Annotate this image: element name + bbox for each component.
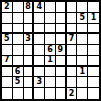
cell-r7c5[interactable] [45, 67, 56, 78]
cell-r2c6[interactable] [56, 13, 67, 24]
cell-r3c6[interactable] [56, 24, 67, 35]
cell-r1c8[interactable] [77, 2, 88, 13]
cell-r2c1[interactable] [2, 13, 13, 24]
cell-r7c4[interactable] [34, 67, 45, 78]
cell-r6c3[interactable] [24, 56, 35, 67]
cell-r5c8[interactable] [77, 45, 88, 56]
cell-r5c3[interactable] [24, 45, 35, 56]
cell-r3c9[interactable] [88, 24, 99, 35]
cell-r5c4[interactable] [34, 45, 45, 56]
cell-r9c7[interactable]: 2 [67, 88, 78, 99]
cell-r4c1[interactable]: 5 [2, 34, 13, 45]
cell-r3c4[interactable] [34, 24, 45, 35]
cell-r3c2[interactable] [13, 24, 24, 35]
cell-r6c1[interactable]: 7 [2, 56, 13, 67]
cell-r9c3[interactable] [24, 88, 35, 99]
cell-r5c7[interactable] [67, 45, 78, 56]
cell-r8c7[interactable] [67, 77, 78, 88]
cell-r5c1[interactable] [2, 45, 13, 56]
cell-r6c5[interactable]: 1 [45, 56, 56, 67]
cell-r6c7[interactable] [67, 56, 78, 67]
cell-r9c5[interactable] [45, 88, 56, 99]
cell-r3c8[interactable] [77, 24, 88, 35]
cell-r3c3[interactable] [24, 24, 35, 35]
cell-r4c8[interactable] [77, 34, 88, 45]
sudoku-board: 28451537697161532 [0, 0, 101, 101]
cell-r1c9[interactable] [88, 2, 99, 13]
cell-r9c1[interactable] [2, 88, 13, 99]
cell-r4c3[interactable]: 3 [24, 34, 35, 45]
cell-r6c6[interactable] [56, 56, 67, 67]
cell-r8c6[interactable] [56, 77, 67, 88]
cell-r1c5[interactable] [45, 2, 56, 13]
cell-r2c7[interactable] [67, 13, 78, 24]
cell-r7c3[interactable] [24, 67, 35, 78]
cell-r4c2[interactable] [13, 34, 24, 45]
cell-r5c6[interactable]: 9 [56, 45, 67, 56]
cell-r5c2[interactable] [13, 45, 24, 56]
cell-r2c3[interactable] [24, 13, 35, 24]
cell-r6c4[interactable] [34, 56, 45, 67]
cell-r1c3[interactable]: 8 [24, 2, 35, 13]
cell-r7c1[interactable] [2, 67, 13, 78]
cell-r4c4[interactable] [34, 34, 45, 45]
cell-r6c9[interactable] [88, 56, 99, 67]
cell-r4c5[interactable] [45, 34, 56, 45]
cell-r1c1[interactable]: 2 [2, 2, 13, 13]
cell-r8c9[interactable] [88, 77, 99, 88]
cell-r9c2[interactable] [13, 88, 24, 99]
cell-r7c2[interactable]: 6 [13, 67, 24, 78]
cell-r2c9[interactable]: 1 [88, 13, 99, 24]
cell-r1c7[interactable] [67, 2, 78, 13]
cell-r9c4[interactable] [34, 88, 45, 99]
cell-r9c6[interactable] [56, 88, 67, 99]
cell-r2c5[interactable] [45, 13, 56, 24]
sudoku-stage: 28451537697161532 [0, 0, 101, 101]
cell-r5c9[interactable] [88, 45, 99, 56]
cell-r1c2[interactable] [13, 2, 24, 13]
cell-r6c8[interactable] [77, 56, 88, 67]
cell-r7c7[interactable] [67, 67, 78, 78]
cell-r3c1[interactable] [2, 24, 13, 35]
cell-r5c5[interactable]: 6 [45, 45, 56, 56]
cell-r3c5[interactable] [45, 24, 56, 35]
cell-r2c4[interactable] [34, 13, 45, 24]
cell-r8c5[interactable] [45, 77, 56, 88]
cell-r7c9[interactable] [88, 67, 99, 78]
cell-r8c3[interactable] [24, 77, 35, 88]
cell-r2c8[interactable]: 5 [77, 13, 88, 24]
cell-r6c2[interactable] [13, 56, 24, 67]
cell-r3c7[interactable] [67, 24, 78, 35]
cell-r8c1[interactable] [2, 77, 13, 88]
cell-r1c4[interactable]: 4 [34, 2, 45, 13]
cell-r4c7[interactable]: 7 [67, 34, 78, 45]
cell-r2c2[interactable] [13, 13, 24, 24]
cell-r8c4[interactable]: 3 [34, 77, 45, 88]
cell-r4c6[interactable] [56, 34, 67, 45]
cell-r1c6[interactable] [56, 2, 67, 13]
cell-r9c9[interactable] [88, 88, 99, 99]
cell-r7c6[interactable] [56, 67, 67, 78]
cell-r4c9[interactable] [88, 34, 99, 45]
cell-r8c8[interactable] [77, 77, 88, 88]
cell-r9c8[interactable] [77, 88, 88, 99]
cell-r7c8[interactable]: 1 [77, 67, 88, 78]
cell-r8c2[interactable]: 5 [13, 77, 24, 88]
